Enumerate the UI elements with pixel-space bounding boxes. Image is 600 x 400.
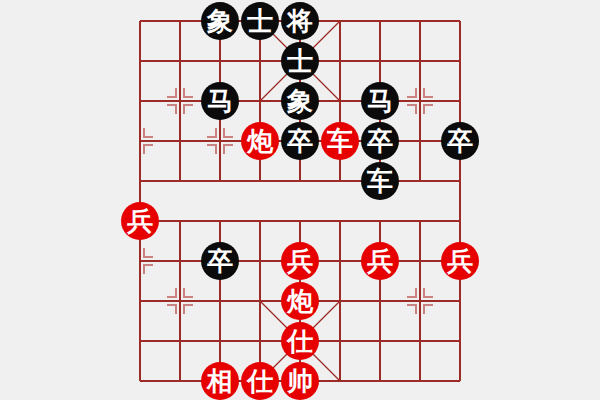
- piece-red-cannon[interactable]: 炮: [281, 282, 319, 320]
- piece-black-elephant[interactable]: 象: [281, 82, 319, 120]
- piece-black-soldier[interactable]: 卒: [201, 242, 239, 280]
- piece-black-soldier[interactable]: 卒: [361, 122, 399, 160]
- piece-red-soldier[interactable]: 兵: [441, 242, 479, 280]
- piece-black-horse[interactable]: 马: [201, 82, 239, 120]
- piece-black-advisor[interactable]: 士: [241, 2, 279, 40]
- piece-red-advisor[interactable]: 仕: [241, 362, 279, 400]
- piece-black-general[interactable]: 将: [281, 2, 319, 40]
- piece-black-soldier[interactable]: 卒: [281, 122, 319, 160]
- piece-black-elephant[interactable]: 象: [201, 2, 239, 40]
- piece-red-soldier[interactable]: 兵: [281, 242, 319, 280]
- piece-black-advisor[interactable]: 士: [281, 42, 319, 80]
- piece-red-soldier[interactable]: 兵: [121, 202, 159, 240]
- piece-red-chariot[interactable]: 车: [321, 122, 359, 160]
- piece-black-horse[interactable]: 马: [361, 82, 399, 120]
- piece-red-soldier[interactable]: 兵: [361, 242, 399, 280]
- piece-red-general[interactable]: 帅: [281, 362, 319, 400]
- xiangqi-diagram: 象士将士马象马炮卒车卒卒车兵卒兵兵兵炮仕相仕帅: [0, 0, 600, 400]
- piece-red-advisor[interactable]: 仕: [281, 322, 319, 360]
- piece-red-elephant[interactable]: 相: [201, 362, 239, 400]
- piece-black-chariot[interactable]: 车: [361, 162, 399, 200]
- pieces-layer: 象士将士马象马炮卒车卒卒车兵卒兵兵兵炮仕相仕帅: [120, 1, 480, 400]
- piece-red-cannon[interactable]: 炮: [241, 122, 279, 160]
- piece-black-soldier[interactable]: 卒: [441, 122, 479, 160]
